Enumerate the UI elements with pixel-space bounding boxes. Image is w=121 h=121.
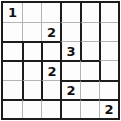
cell-r4c1[interactable] bbox=[3, 60, 22, 79]
cell-r3c5[interactable] bbox=[80, 41, 99, 60]
cell-r1c2[interactable] bbox=[22, 3, 41, 22]
cell-r6c5[interactable] bbox=[80, 99, 99, 118]
puzzle-board: 123222 bbox=[1, 1, 120, 120]
cell-r6c1[interactable] bbox=[3, 99, 22, 118]
cell-r4c4[interactable] bbox=[60, 60, 79, 79]
cell-r2c6[interactable] bbox=[99, 22, 118, 41]
cell-r2c4[interactable] bbox=[60, 22, 79, 41]
cell-r5c2[interactable] bbox=[22, 80, 41, 99]
cell-r2c1[interactable] bbox=[3, 22, 22, 41]
given-digit-r2c3[interactable]: 2 bbox=[41, 22, 60, 41]
cell-r5c5[interactable] bbox=[80, 80, 99, 99]
cell-r3c2[interactable] bbox=[22, 41, 41, 60]
cell-r5c1[interactable] bbox=[3, 80, 22, 99]
cell-r2c2[interactable] bbox=[22, 22, 41, 41]
cell-r5c6[interactable] bbox=[99, 80, 118, 99]
cell-r3c3[interactable] bbox=[41, 41, 60, 60]
given-digit-r5c4[interactable]: 2 bbox=[60, 80, 79, 99]
cell-r1c3[interactable] bbox=[41, 3, 60, 22]
cell-r4c6[interactable] bbox=[99, 60, 118, 79]
given-digit-r4c3[interactable]: 2 bbox=[41, 60, 60, 79]
cell-r5c3[interactable] bbox=[41, 80, 60, 99]
given-digit-r1c1[interactable]: 1 bbox=[3, 3, 22, 22]
cell-r4c5[interactable] bbox=[80, 60, 99, 79]
cell-r1c5[interactable] bbox=[80, 3, 99, 22]
cell-r6c3[interactable] bbox=[41, 99, 60, 118]
given-digit-r6c6[interactable]: 2 bbox=[99, 99, 118, 118]
cell-r4c2[interactable] bbox=[22, 60, 41, 79]
cell-r6c4[interactable] bbox=[60, 99, 79, 118]
cell-r6c2[interactable] bbox=[22, 99, 41, 118]
cell-r3c1[interactable] bbox=[3, 41, 22, 60]
given-digit-r3c4[interactable]: 3 bbox=[60, 41, 79, 60]
cell-r2c5[interactable] bbox=[80, 22, 99, 41]
cell-r1c6[interactable] bbox=[99, 3, 118, 22]
cell-r1c4[interactable] bbox=[60, 3, 79, 22]
cell-r3c6[interactable] bbox=[99, 41, 118, 60]
